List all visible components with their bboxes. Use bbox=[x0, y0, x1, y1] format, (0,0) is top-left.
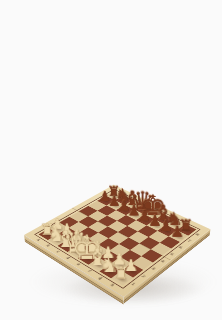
white-rook-h1[interactable]: ♜ bbox=[105, 245, 137, 279]
pawn-glyph: ♟ bbox=[170, 225, 184, 240]
product-photo: abcdefgh 87654321 ♜♞♝♛♚♝♞♜♟♟♟♟♟♟♟♟♟♟♟♟♟♟… bbox=[0, 0, 222, 320]
dark-pawn-h7[interactable]: ♟ bbox=[163, 207, 191, 237]
rook-glyph: ♜ bbox=[112, 264, 129, 283]
